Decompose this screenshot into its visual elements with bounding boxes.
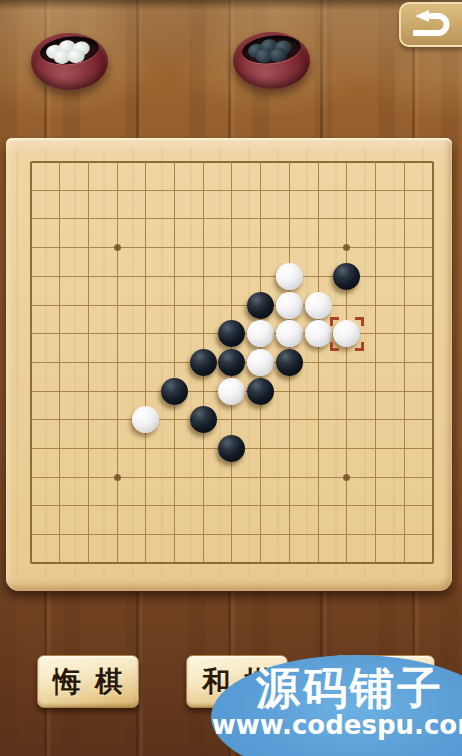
grid-line-horizontal bbox=[31, 505, 433, 506]
star-point bbox=[114, 244, 121, 251]
white-stone bbox=[276, 292, 303, 319]
undo-move-button[interactable]: 悔棋 bbox=[37, 655, 139, 708]
star-point bbox=[343, 244, 350, 251]
black-stone bbox=[333, 263, 360, 290]
grid-line-vertical bbox=[375, 162, 376, 564]
white-stone bbox=[276, 320, 303, 347]
black-stone bbox=[190, 406, 217, 433]
black-stone bbox=[218, 320, 245, 347]
grid-line-horizontal bbox=[31, 562, 433, 564]
white-stone bbox=[305, 320, 332, 347]
grid-line-horizontal bbox=[31, 419, 433, 420]
marker-corner bbox=[355, 317, 364, 326]
grid-line-vertical bbox=[404, 162, 405, 564]
grid-line-vertical bbox=[346, 162, 347, 564]
white-stone bbox=[247, 320, 274, 347]
black-stone bbox=[247, 378, 274, 405]
black-stone bbox=[218, 435, 245, 462]
white-stone bbox=[132, 406, 159, 433]
black-stone bbox=[161, 378, 188, 405]
star-point bbox=[114, 474, 121, 481]
last-move-marker bbox=[330, 317, 364, 351]
marker-corner bbox=[355, 342, 364, 351]
watermark-title: 源码铺子 bbox=[256, 665, 444, 711]
white-stone bbox=[305, 292, 332, 319]
black-stone bbox=[276, 349, 303, 376]
marker-corner bbox=[330, 317, 339, 326]
black-stone bbox=[218, 349, 245, 376]
watermark-url: www.codespu.com bbox=[212, 711, 462, 739]
black-stone bbox=[247, 292, 274, 319]
gomoku-app: 悔棋 和棋 源码铺子 www.codespu.com bbox=[0, 0, 462, 756]
white-stone bbox=[276, 263, 303, 290]
grid-line-horizontal bbox=[31, 534, 433, 535]
grid-line-vertical bbox=[432, 162, 434, 564]
black-stone bbox=[190, 349, 217, 376]
white-stone bbox=[218, 378, 245, 405]
grid-line-vertical bbox=[318, 162, 319, 564]
grid-line-horizontal bbox=[31, 477, 433, 478]
board-grid[interactable] bbox=[0, 0, 462, 756]
white-stone bbox=[247, 349, 274, 376]
marker-corner bbox=[330, 342, 339, 351]
star-point bbox=[343, 474, 350, 481]
